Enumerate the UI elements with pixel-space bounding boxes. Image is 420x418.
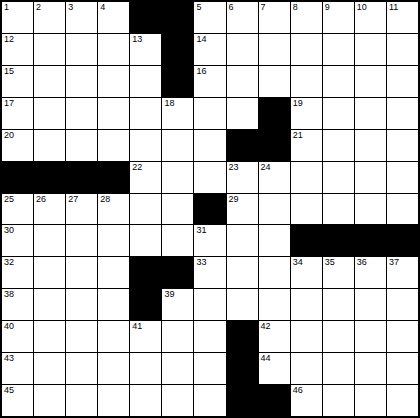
cell-r6c7[interactable]	[194, 162, 225, 193]
cell-r2c10[interactable]	[291, 34, 322, 65]
clue-number-24: 24	[261, 163, 271, 172]
cell-r10c4[interactable]	[98, 289, 129, 320]
black-cell-r9c6	[162, 257, 193, 288]
cell-r4c13[interactable]	[387, 98, 418, 129]
cell-r1c10[interactable]: 8	[291, 2, 322, 33]
clue-number-42: 42	[261, 322, 271, 331]
cell-r8c5[interactable]	[130, 225, 161, 256]
clue-number-23: 23	[229, 163, 239, 172]
cell-r6c6[interactable]	[162, 162, 193, 193]
cell-r8c1[interactable]: 30	[2, 225, 33, 256]
clue-number-13: 13	[132, 35, 142, 44]
cell-r5c3[interactable]	[66, 130, 97, 161]
clue-number-28: 28	[100, 195, 110, 204]
clue-number-32: 32	[4, 258, 14, 267]
black-cell-r8c12	[355, 225, 386, 256]
cell-r13c3[interactable]	[66, 385, 97, 416]
cell-r5c6[interactable]	[162, 130, 193, 161]
clue-number-34: 34	[293, 258, 303, 267]
cell-r8c7[interactable]: 31	[194, 225, 225, 256]
cell-r11c13[interactable]	[387, 321, 418, 352]
clue-number-1: 1	[4, 3, 9, 12]
cell-r6c9[interactable]: 24	[259, 162, 290, 193]
cell-r1c1[interactable]: 1	[2, 2, 33, 33]
clue-number-5: 5	[196, 3, 201, 12]
cell-r9c3[interactable]	[66, 257, 97, 288]
cell-r12c2[interactable]	[34, 353, 65, 384]
cell-r7c11[interactable]	[323, 194, 354, 225]
cell-r13c6[interactable]	[162, 385, 193, 416]
clue-number-45: 45	[4, 386, 14, 395]
clue-number-26: 26	[36, 195, 46, 204]
cell-r1c8[interactable]: 6	[227, 2, 258, 33]
cell-r9c12[interactable]: 36	[355, 257, 386, 288]
cell-r9c9[interactable]	[259, 257, 290, 288]
cell-r6c8[interactable]: 23	[227, 162, 258, 193]
cell-r9c11[interactable]: 35	[323, 257, 354, 288]
cell-r1c9[interactable]: 7	[259, 2, 290, 33]
cell-r4c1[interactable]: 17	[2, 98, 33, 129]
clue-number-16: 16	[196, 67, 206, 76]
cell-r2c7[interactable]: 14	[194, 34, 225, 65]
cell-r13c2[interactable]	[34, 385, 65, 416]
cell-r5c13[interactable]	[387, 130, 418, 161]
clue-number-30: 30	[4, 226, 14, 235]
clue-number-18: 18	[164, 99, 174, 108]
cell-r12c4[interactable]	[98, 353, 129, 384]
cell-r7c3[interactable]: 27	[66, 194, 97, 225]
cell-r7c2[interactable]: 26	[34, 194, 65, 225]
cell-r7c4[interactable]: 28	[98, 194, 129, 225]
cell-r2c11[interactable]	[323, 34, 354, 65]
cell-r7c1[interactable]: 25	[2, 194, 33, 225]
cell-r10c8[interactable]	[227, 289, 258, 320]
cell-r13c5[interactable]	[130, 385, 161, 416]
cell-r13c4[interactable]	[98, 385, 129, 416]
cell-r2c12[interactable]	[355, 34, 386, 65]
cell-r7c8[interactable]: 29	[227, 194, 258, 225]
clue-number-36: 36	[357, 258, 367, 267]
black-cell-r1c5	[130, 2, 161, 33]
cell-r9c8[interactable]	[227, 257, 258, 288]
cell-r1c11[interactable]: 9	[323, 2, 354, 33]
cell-r13c13[interactable]	[387, 385, 418, 416]
black-cell-r2c6	[162, 34, 193, 65]
cell-r2c8[interactable]	[227, 34, 258, 65]
cell-r4c5[interactable]	[130, 98, 161, 129]
cell-r4c10[interactable]: 19	[291, 98, 322, 129]
black-cell-r1c6	[162, 2, 193, 33]
clue-number-38: 38	[4, 290, 14, 299]
clue-number-9: 9	[325, 3, 330, 12]
black-cell-r6c3	[66, 162, 97, 193]
clue-number-29: 29	[229, 195, 239, 204]
black-cell-r8c10	[291, 225, 322, 256]
cell-r3c3[interactable]	[66, 66, 97, 97]
cell-r9c10[interactable]: 34	[291, 257, 322, 288]
clue-number-37: 37	[389, 258, 399, 267]
clue-number-41: 41	[132, 322, 142, 331]
clue-number-21: 21	[293, 131, 303, 140]
cell-r1c13[interactable]: 11	[387, 2, 418, 33]
cell-r12c1[interactable]: 43	[2, 353, 33, 384]
cell-r12c6[interactable]	[162, 353, 193, 384]
cell-r12c10[interactable]	[291, 353, 322, 384]
cell-r10c2[interactable]	[34, 289, 65, 320]
cell-r3c13[interactable]	[387, 66, 418, 97]
cell-r2c4[interactable]	[98, 34, 129, 65]
cell-r5c10[interactable]: 21	[291, 130, 322, 161]
clue-number-20: 20	[4, 131, 14, 140]
black-cell-r5c8	[227, 130, 258, 161]
black-cell-r12c8	[227, 353, 258, 384]
cell-r10c6[interactable]: 39	[162, 289, 193, 320]
cell-r13c10[interactable]: 46	[291, 385, 322, 416]
clue-number-11: 11	[389, 3, 398, 12]
cell-r5c2[interactable]	[34, 130, 65, 161]
clue-number-2: 2	[36, 3, 41, 12]
cell-r9c7[interactable]: 33	[194, 257, 225, 288]
black-cell-r8c11	[323, 225, 354, 256]
cell-r12c13[interactable]	[387, 353, 418, 384]
clue-number-43: 43	[4, 354, 14, 363]
cell-r2c13[interactable]	[387, 34, 418, 65]
black-cell-r6c4	[98, 162, 129, 193]
black-cell-r11c8	[227, 321, 258, 352]
cell-r6c12[interactable]	[355, 162, 386, 193]
cell-r9c2[interactable]	[34, 257, 65, 288]
black-cell-r7c7	[194, 194, 225, 225]
cell-r10c11[interactable]	[323, 289, 354, 320]
cell-r13c1[interactable]: 45	[2, 385, 33, 416]
black-cell-r13c8	[227, 385, 258, 416]
cell-r4c7[interactable]	[194, 98, 225, 129]
cell-r6c5[interactable]: 22	[130, 162, 161, 193]
cell-r5c12[interactable]	[355, 130, 386, 161]
clue-number-17: 17	[4, 99, 14, 108]
cell-r11c12[interactable]	[355, 321, 386, 352]
black-cell-r5c9	[259, 130, 290, 161]
cell-r11c2[interactable]	[34, 321, 65, 352]
cell-r6c11[interactable]	[323, 162, 354, 193]
clue-number-31: 31	[196, 226, 206, 235]
cell-r6c13[interactable]	[387, 162, 418, 193]
clue-number-39: 39	[164, 290, 174, 299]
clue-number-7: 7	[261, 3, 266, 12]
cell-r9c4[interactable]	[98, 257, 129, 288]
clue-number-46: 46	[293, 386, 303, 395]
cell-r8c2[interactable]	[34, 225, 65, 256]
clue-number-40: 40	[4, 322, 14, 331]
cell-r10c13[interactable]	[387, 289, 418, 320]
clue-number-6: 6	[229, 3, 234, 12]
clue-number-25: 25	[4, 195, 14, 204]
cell-r13c7[interactable]	[194, 385, 225, 416]
cell-r9c13[interactable]: 37	[387, 257, 418, 288]
cell-r2c3[interactable]	[66, 34, 97, 65]
black-cell-r9c5	[130, 257, 161, 288]
cell-r1c4[interactable]: 4	[98, 2, 129, 33]
cell-r3c8[interactable]	[227, 66, 258, 97]
cell-r4c12[interactable]	[355, 98, 386, 129]
cell-r12c7[interactable]	[194, 353, 225, 384]
cell-r1c2[interactable]: 2	[34, 2, 65, 33]
black-cell-r6c2	[34, 162, 65, 193]
black-cell-r10c5	[130, 289, 161, 320]
clue-number-8: 8	[293, 3, 298, 12]
cell-r3c12[interactable]	[355, 66, 386, 97]
cell-r10c3[interactable]	[66, 289, 97, 320]
cell-r11c9[interactable]: 42	[259, 321, 290, 352]
clue-number-22: 22	[132, 163, 142, 172]
cell-r8c9[interactable]	[259, 225, 290, 256]
cell-r2c1[interactable]: 12	[2, 34, 33, 65]
clue-number-10: 10	[357, 3, 367, 12]
cell-r4c11[interactable]	[323, 98, 354, 129]
cell-r10c1[interactable]: 38	[2, 289, 33, 320]
clue-number-3: 3	[68, 3, 73, 12]
cell-r3c5[interactable]	[130, 66, 161, 97]
cell-r8c4[interactable]	[98, 225, 129, 256]
cell-r7c12[interactable]	[355, 194, 386, 225]
black-cell-r6c1	[2, 162, 33, 193]
cell-r7c6[interactable]	[162, 194, 193, 225]
cell-r10c9[interactable]	[259, 289, 290, 320]
clue-number-33: 33	[196, 258, 206, 267]
cell-r7c5[interactable]	[130, 194, 161, 225]
cell-r5c11[interactable]	[323, 130, 354, 161]
clue-number-15: 15	[4, 67, 14, 76]
clue-number-35: 35	[325, 258, 335, 267]
cell-r5c5[interactable]	[130, 130, 161, 161]
clue-number-27: 27	[68, 195, 78, 204]
black-cell-r13c9	[259, 385, 290, 416]
cell-r8c3[interactable]	[66, 225, 97, 256]
cell-r2c9[interactable]	[259, 34, 290, 65]
cell-r2c5[interactable]: 13	[130, 34, 161, 65]
cell-r11c11[interactable]	[323, 321, 354, 352]
black-cell-r4c9	[259, 98, 290, 129]
cell-r3c2[interactable]	[34, 66, 65, 97]
cell-r4c8[interactable]	[227, 98, 258, 129]
cell-r13c12[interactable]	[355, 385, 386, 416]
cell-r3c11[interactable]	[323, 66, 354, 97]
cell-r13c11[interactable]	[323, 385, 354, 416]
cell-r12c9[interactable]: 44	[259, 353, 290, 384]
cell-r3c4[interactable]	[98, 66, 129, 97]
cell-r1c3[interactable]: 3	[66, 2, 97, 33]
cell-r5c1[interactable]: 20	[2, 130, 33, 161]
cell-r4c4[interactable]	[98, 98, 129, 129]
clue-number-14: 14	[196, 35, 206, 44]
cell-r12c11[interactable]	[323, 353, 354, 384]
cell-r6c10[interactable]	[291, 162, 322, 193]
cell-r4c2[interactable]	[34, 98, 65, 129]
cell-r1c7[interactable]: 5	[194, 2, 225, 33]
clue-number-12: 12	[4, 35, 14, 44]
cell-r7c9[interactable]	[259, 194, 290, 225]
cell-r11c10[interactable]	[291, 321, 322, 352]
clue-number-44: 44	[261, 354, 271, 363]
cell-r5c7[interactable]	[194, 130, 225, 161]
cell-r11c5[interactable]: 41	[130, 321, 161, 352]
cell-r3c1[interactable]: 15	[2, 66, 33, 97]
cell-r4c6[interactable]: 18	[162, 98, 193, 129]
cell-r11c1[interactable]: 40	[2, 321, 33, 352]
cell-r10c12[interactable]	[355, 289, 386, 320]
cell-r3c10[interactable]	[291, 66, 322, 97]
cell-r11c3[interactable]	[66, 321, 97, 352]
cell-r5c4[interactable]	[98, 130, 129, 161]
black-cell-r3c6	[162, 66, 193, 97]
cell-r8c8[interactable]	[227, 225, 258, 256]
cell-r7c13[interactable]	[387, 194, 418, 225]
cell-r1c12[interactable]: 10	[355, 2, 386, 33]
black-cell-r8c13	[387, 225, 418, 256]
clue-number-4: 4	[100, 3, 105, 12]
cell-r3c9[interactable]	[259, 66, 290, 97]
cell-r3c7[interactable]: 16	[194, 66, 225, 97]
cell-r12c12[interactable]	[355, 353, 386, 384]
clue-number-19: 19	[293, 99, 303, 108]
cell-r7c10[interactable]	[291, 194, 322, 225]
cell-r11c7[interactable]	[194, 321, 225, 352]
cell-r12c5[interactable]	[130, 353, 161, 384]
cell-r4c3[interactable]	[66, 98, 97, 129]
cell-r9c1[interactable]: 32	[2, 257, 33, 288]
cell-r11c4[interactable]	[98, 321, 129, 352]
cell-r8c6[interactable]	[162, 225, 193, 256]
cell-r11c6[interactable]	[162, 321, 193, 352]
cell-r2c2[interactable]	[34, 34, 65, 65]
cell-r12c3[interactable]	[66, 353, 97, 384]
cell-r10c7[interactable]	[194, 289, 225, 320]
crossword-grid: 1234567891011121314151617181920212223242…	[0, 0, 420, 418]
cell-r10c10[interactable]	[291, 289, 322, 320]
